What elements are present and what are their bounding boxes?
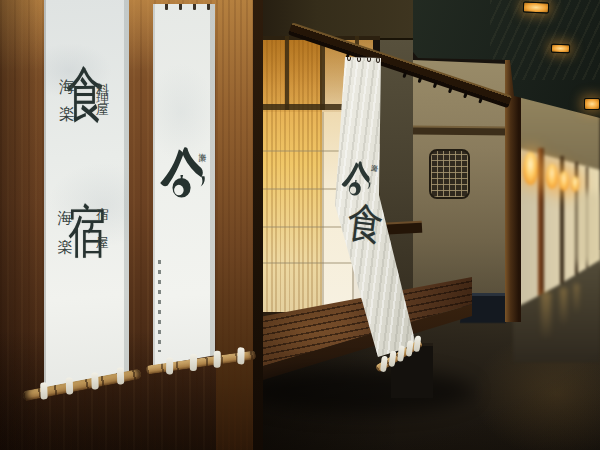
- corridor-end-light: [576, 192, 600, 264]
- kairaku-crest-icon: [338, 158, 373, 201]
- fabric-loop: [40, 382, 48, 399]
- transom-shadow: [253, 0, 413, 40]
- fabric-loop: [91, 372, 99, 389]
- floor-reflection: [541, 292, 551, 340]
- wall-rail: [413, 125, 511, 135]
- banner-kanji: 食: [345, 201, 386, 247]
- banner-side-label: 海楽: [371, 159, 379, 160]
- fabric-loop: [66, 377, 74, 394]
- calligraphy-scroll-crest: 海楽: [153, 4, 215, 366]
- kanji-column-kairaku: 海楽: [57, 198, 72, 256]
- fabric-loop: [190, 354, 197, 371]
- floor-reflection: [560, 288, 567, 326]
- kanji-column-kairaku: 海楽: [59, 66, 75, 120]
- fabric-loop: [166, 357, 173, 374]
- kairaku-crest-icon: [157, 146, 205, 204]
- fabric-loop: [214, 351, 221, 368]
- door-frame-post: [538, 148, 544, 306]
- kanji-column-yadoya: 宿屋: [96, 196, 109, 258]
- floor-reflection: [574, 284, 579, 314]
- ryokan-corridor-scene: 海楽 食 食 料理屋 海楽 宿 宿屋 海楽: [0, 0, 600, 450]
- fabric-loop: [117, 367, 125, 384]
- shoji-grid-line: [322, 112, 324, 312]
- ceiling-light-icon: [584, 98, 600, 110]
- kanji-column-ryoriya: 料理屋: [96, 72, 109, 105]
- door-pillar: [216, 0, 254, 450]
- ceiling-light-icon: [551, 44, 570, 54]
- calligraphy-scroll-text: 食 料理屋 海楽 宿 宿屋 海楽: [44, 0, 129, 394]
- bench-shadow: [248, 368, 473, 414]
- lattice-window: [429, 149, 470, 199]
- wall-lamp-icon: [523, 152, 538, 185]
- ceiling-light-icon: [523, 2, 549, 14]
- fabric-loop: [237, 347, 244, 364]
- wall-lamp-icon: [546, 164, 558, 189]
- wall-lamp-icon: [571, 176, 579, 192]
- door-frame: [253, 0, 263, 450]
- shoji-muntin: [285, 36, 289, 110]
- signature-marks: [158, 260, 161, 352]
- wall-lamp-icon: [559, 171, 569, 191]
